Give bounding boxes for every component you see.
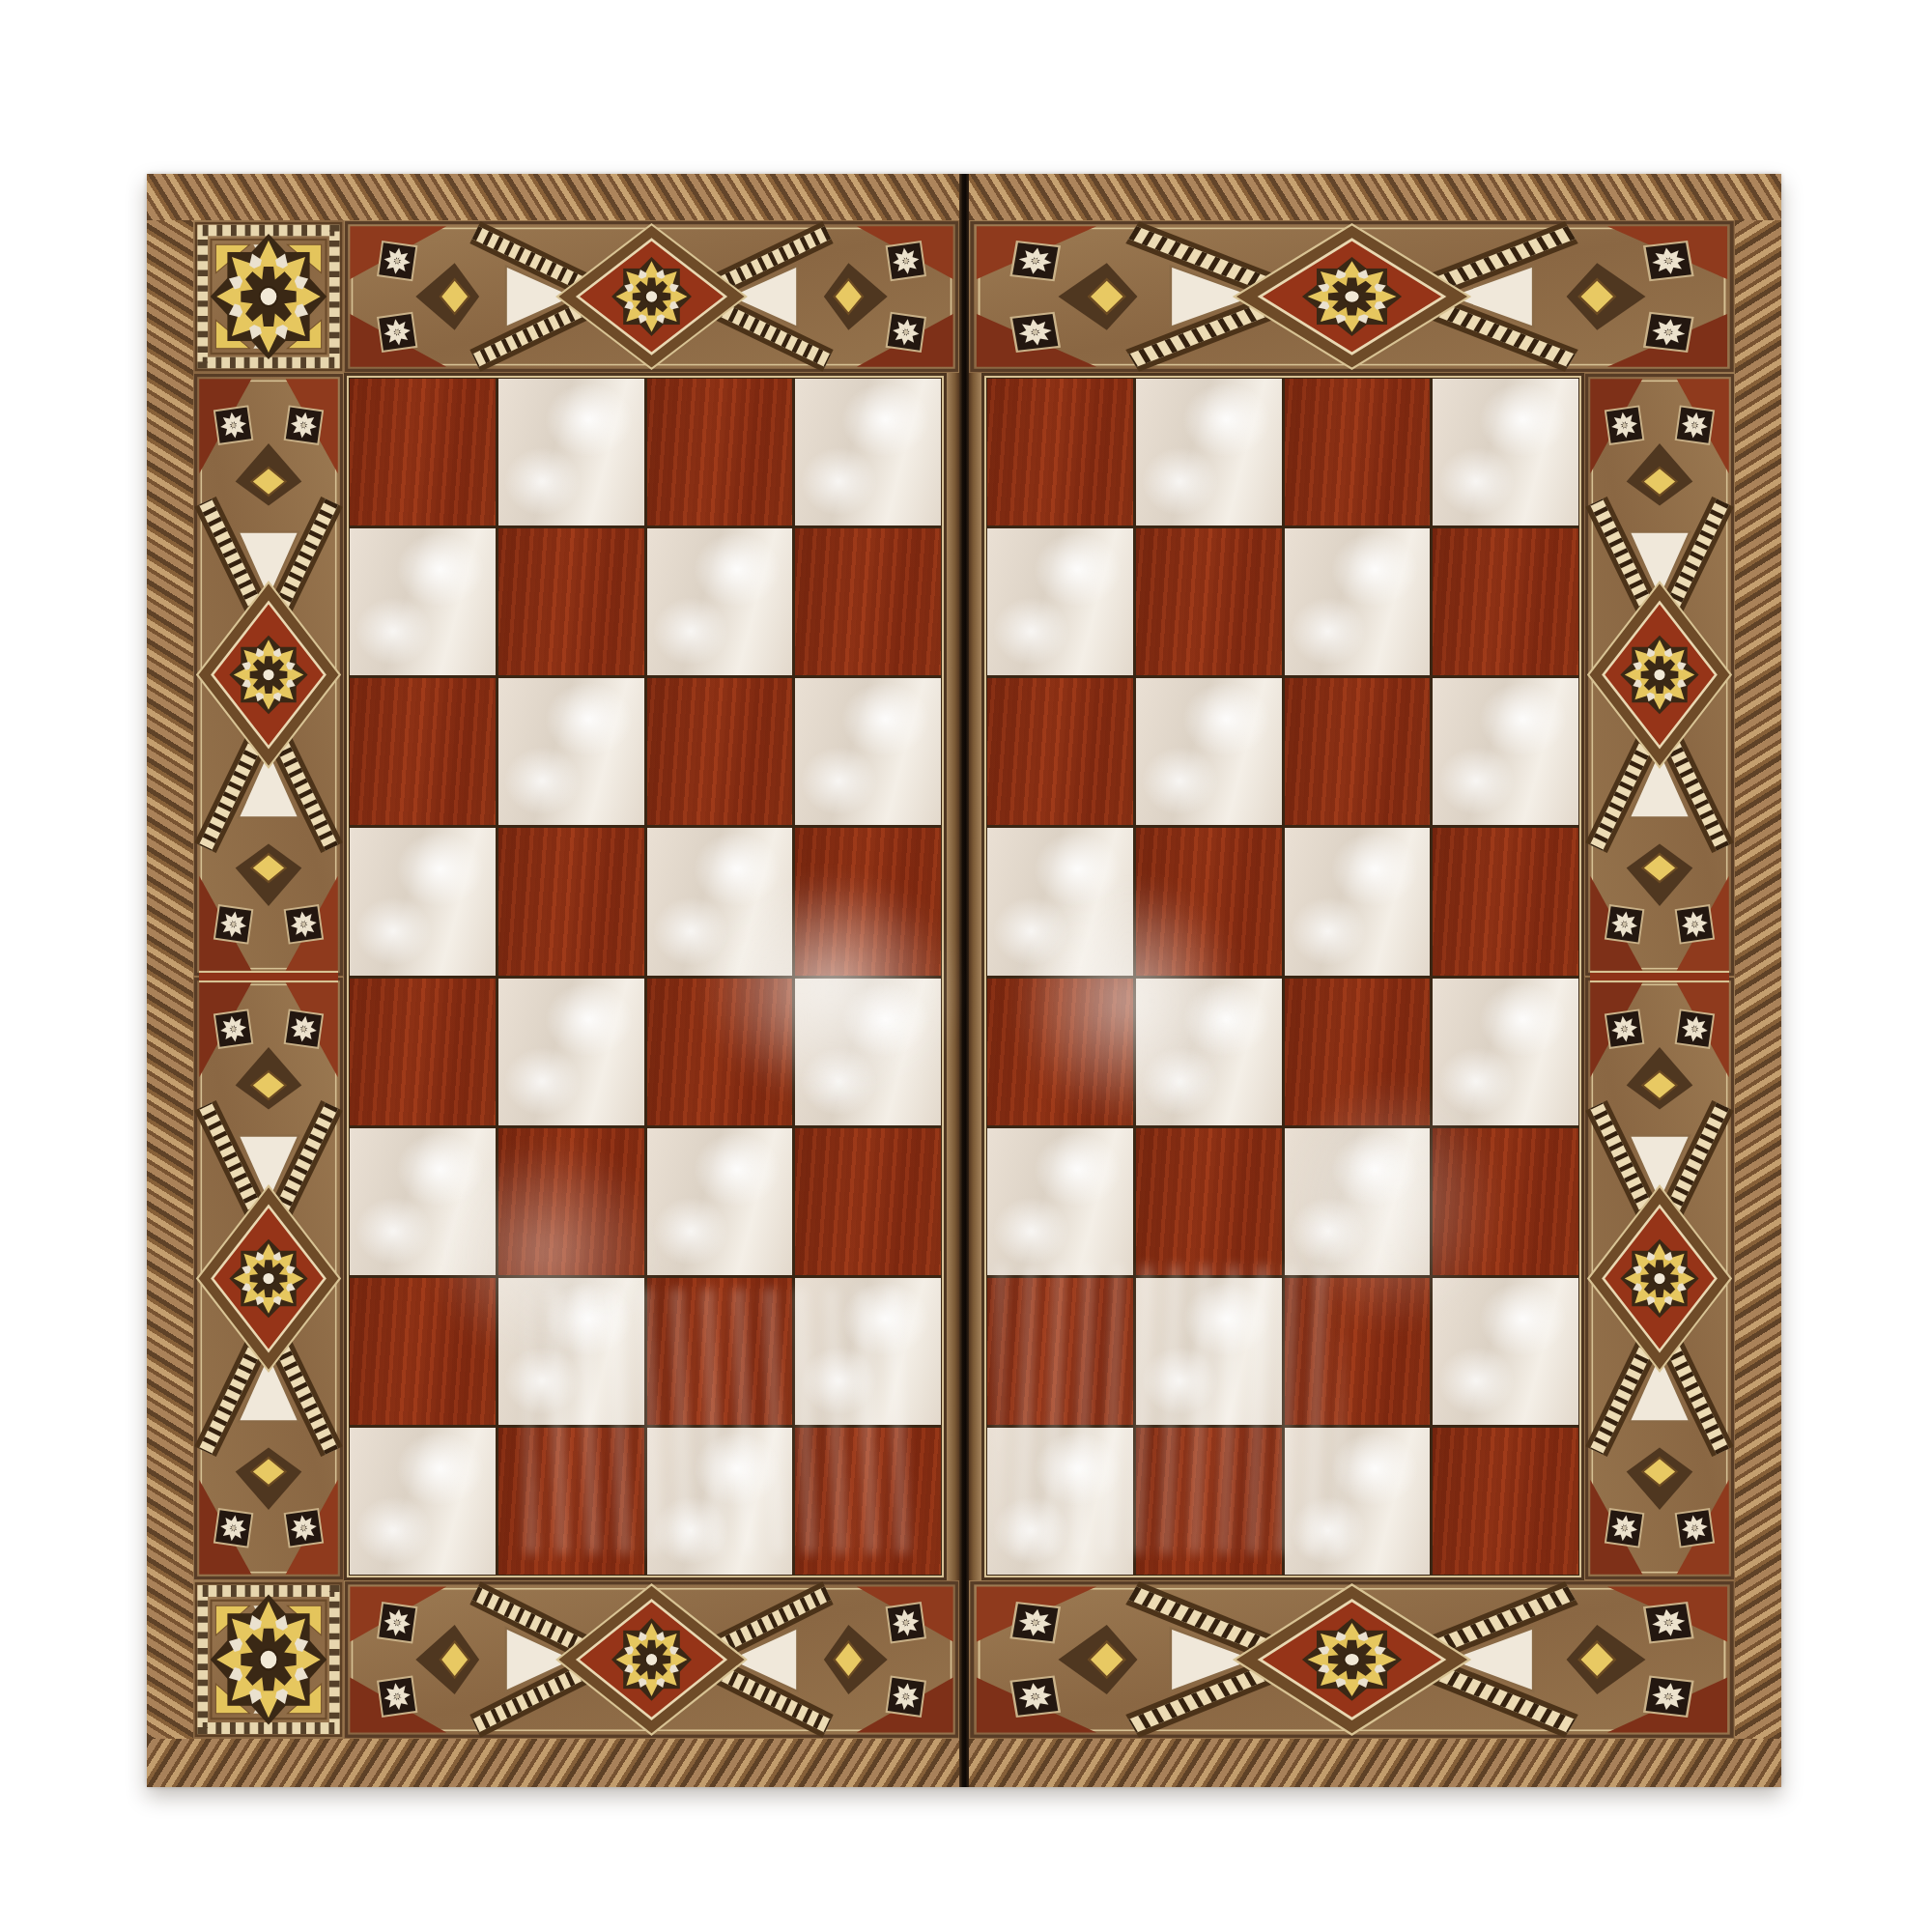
square-g8[interactable]	[1285, 379, 1431, 526]
square-f6[interactable]	[1136, 678, 1282, 825]
square-b3[interactable]	[498, 1128, 644, 1275]
square-h3[interactable]	[1433, 1128, 1578, 1275]
mosaic-band-top-right-leaf	[969, 220, 1735, 373]
square-g2[interactable]	[1285, 1278, 1431, 1425]
herringbone-edge-top	[969, 174, 1781, 220]
square-c1[interactable]	[647, 1428, 793, 1575]
square-b7[interactable]	[498, 528, 644, 675]
square-e3[interactable]	[987, 1128, 1133, 1275]
square-d3[interactable]	[795, 1128, 941, 1275]
square-a8[interactable]	[350, 379, 496, 526]
square-f3[interactable]	[1136, 1128, 1282, 1275]
square-a2[interactable]	[350, 1278, 496, 1425]
herringbone-edge-bottom	[147, 1739, 959, 1787]
square-b8[interactable]	[498, 379, 644, 526]
mosaic-band-top-left-leaf	[344, 220, 959, 373]
square-f7[interactable]	[1136, 528, 1282, 675]
square-a4[interactable]	[350, 979, 496, 1125]
side-band-seam	[1590, 971, 1729, 982]
square-c3[interactable]	[647, 1128, 793, 1275]
side-band-seam	[199, 971, 338, 982]
square-g5[interactable]	[1285, 828, 1431, 975]
mosaic-band-right-side	[1584, 373, 1735, 1580]
herringbone-edge-left	[147, 220, 193, 1739]
square-e4[interactable]	[987, 979, 1133, 1125]
square-e6[interactable]	[987, 678, 1133, 825]
square-d1[interactable]	[795, 1428, 941, 1575]
fold-edge-strip-left	[947, 373, 959, 1580]
chessboard-right-half	[984, 376, 1581, 1577]
square-h7[interactable]	[1433, 528, 1578, 675]
square-c2[interactable]	[647, 1278, 793, 1425]
square-h2[interactable]	[1433, 1278, 1578, 1425]
square-b1[interactable]	[498, 1428, 644, 1575]
mosaic-game-board	[147, 174, 1781, 1787]
square-h8[interactable]	[1433, 379, 1578, 526]
herringbone-edge-bottom	[969, 1739, 1781, 1787]
square-d4[interactable]	[795, 979, 941, 1125]
square-d7[interactable]	[795, 528, 941, 675]
herringbone-edge-right	[1735, 220, 1781, 1739]
square-c6[interactable]	[647, 678, 793, 825]
square-g7[interactable]	[1285, 528, 1431, 675]
square-a7[interactable]	[350, 528, 496, 675]
chessboard-left-half	[347, 376, 944, 1577]
mosaic-band-bottom-right-leaf	[969, 1580, 1735, 1739]
square-e1[interactable]	[987, 1428, 1133, 1575]
square-g4[interactable]	[1285, 979, 1431, 1125]
square-e7[interactable]	[987, 528, 1133, 675]
square-g3[interactable]	[1285, 1128, 1431, 1275]
mosaic-band-bottom-left-leaf	[344, 1580, 959, 1739]
square-c5[interactable]	[647, 828, 793, 975]
square-b4[interactable]	[498, 979, 644, 1125]
square-e5[interactable]	[987, 828, 1133, 975]
square-d8[interactable]	[795, 379, 941, 526]
square-h1[interactable]	[1433, 1428, 1578, 1575]
square-b2[interactable]	[498, 1278, 644, 1425]
square-d6[interactable]	[795, 678, 941, 825]
fold-hinge-gap	[959, 174, 969, 1787]
mosaic-band-left-side	[193, 373, 344, 1580]
square-b6[interactable]	[498, 678, 644, 825]
square-h4[interactable]	[1433, 979, 1578, 1125]
square-g1[interactable]	[1285, 1428, 1431, 1575]
square-a5[interactable]	[350, 828, 496, 975]
square-a6[interactable]	[350, 678, 496, 825]
corner-rosette-bottom-left	[193, 1580, 344, 1739]
square-c8[interactable]	[647, 379, 793, 526]
square-e2[interactable]	[987, 1278, 1133, 1425]
square-g6[interactable]	[1285, 678, 1431, 825]
board-leaf-right	[969, 174, 1781, 1787]
square-f5[interactable]	[1136, 828, 1282, 975]
square-h5[interactable]	[1433, 828, 1578, 975]
corner-rosette-top-left	[193, 220, 344, 373]
square-f2[interactable]	[1136, 1278, 1282, 1425]
product-photo-page	[0, 0, 1932, 1932]
square-f8[interactable]	[1136, 379, 1282, 526]
square-c4[interactable]	[647, 979, 793, 1125]
square-f1[interactable]	[1136, 1428, 1282, 1575]
square-h6[interactable]	[1433, 678, 1578, 825]
board-leaf-left	[147, 174, 959, 1787]
square-e8[interactable]	[987, 379, 1133, 526]
chessboard-right-half-frame	[981, 373, 1584, 1580]
herringbone-edge-top	[147, 174, 959, 220]
square-a1[interactable]	[350, 1428, 496, 1575]
fold-edge-strip-right	[969, 373, 981, 1580]
square-d2[interactable]	[795, 1278, 941, 1425]
square-d5[interactable]	[795, 828, 941, 975]
square-c7[interactable]	[647, 528, 793, 675]
square-b5[interactable]	[498, 828, 644, 975]
square-f4[interactable]	[1136, 979, 1282, 1125]
square-a3[interactable]	[350, 1128, 496, 1275]
chessboard-left-half-frame	[344, 373, 947, 1580]
